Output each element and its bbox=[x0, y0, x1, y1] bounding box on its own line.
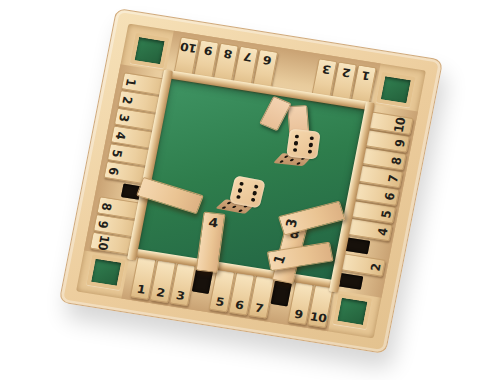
tile-number: 4 bbox=[376, 227, 390, 236]
corner-felt-top-left bbox=[130, 33, 169, 68]
tile-number: 7 bbox=[242, 50, 252, 62]
die-pip bbox=[237, 188, 242, 193]
tile-number: 6 bbox=[383, 192, 397, 201]
tile-number: 6 bbox=[106, 166, 120, 175]
die-1-top-face-6 bbox=[286, 129, 321, 160]
die-pip bbox=[309, 136, 314, 141]
tile-number: 3 bbox=[283, 218, 299, 229]
die-2 bbox=[229, 175, 266, 208]
board-inner-tray: 1236789101235679101234568910245678910 48… bbox=[76, 24, 426, 339]
tile-number: 10 bbox=[392, 116, 407, 132]
die-pip bbox=[308, 143, 313, 148]
die-pip bbox=[293, 141, 298, 146]
die-1 bbox=[286, 129, 321, 160]
tile-number: 7 bbox=[254, 302, 264, 314]
die-pip bbox=[239, 181, 244, 186]
tile-number: 9 bbox=[96, 219, 110, 228]
tile-number: 10 bbox=[96, 234, 111, 250]
corner-felt-bottom-left bbox=[86, 255, 125, 290]
tile-number: 10 bbox=[179, 40, 197, 54]
tile-number: 3 bbox=[175, 289, 185, 301]
tile-number: 9 bbox=[203, 44, 213, 56]
corner-felt-bottom-right bbox=[333, 294, 372, 329]
tile-number: 5 bbox=[110, 148, 124, 157]
die-pip bbox=[308, 149, 313, 154]
die-pip bbox=[221, 206, 226, 209]
tile-number: 2 bbox=[155, 286, 165, 298]
tile-number: 8 bbox=[99, 201, 113, 210]
tile-number: 7 bbox=[387, 174, 401, 183]
die-pip bbox=[279, 160, 284, 163]
tile-number: 9 bbox=[394, 138, 408, 147]
tile-number: 2 bbox=[120, 95, 134, 104]
tile-number: 5 bbox=[215, 296, 225, 308]
tile-number: 10 bbox=[309, 311, 327, 325]
die-pip bbox=[254, 184, 259, 189]
tile-number: 3 bbox=[321, 63, 331, 75]
tile-number: 5 bbox=[380, 209, 394, 218]
tile-number: 2 bbox=[341, 66, 351, 78]
shut-the-box-board: 1236789101235679101234568910245678910 48… bbox=[59, 8, 444, 354]
tile-number: 1 bbox=[271, 254, 287, 266]
tile-number: 3 bbox=[117, 113, 131, 122]
die-pip bbox=[252, 191, 257, 196]
tile-number: 1 bbox=[136, 283, 146, 295]
tile-number: 1 bbox=[361, 69, 371, 81]
tile-number: 8 bbox=[390, 156, 404, 165]
tile-number: 6 bbox=[262, 53, 272, 65]
tile-number: 1 bbox=[124, 77, 138, 86]
corner-felt-top-right bbox=[376, 72, 415, 107]
tile-number: 6 bbox=[234, 299, 244, 311]
tile-number: 4 bbox=[113, 130, 127, 139]
die-2-top-face-6 bbox=[229, 175, 266, 208]
die-pip bbox=[238, 209, 243, 212]
tile-number: 9 bbox=[293, 308, 303, 320]
tile-number: 4 bbox=[208, 216, 219, 230]
die-pip bbox=[236, 195, 241, 200]
tile-number: 2 bbox=[369, 263, 383, 272]
tile-number: 8 bbox=[223, 47, 233, 59]
die-pip bbox=[294, 134, 299, 139]
die-pip bbox=[292, 148, 297, 153]
die-pip bbox=[251, 198, 256, 203]
die-pip bbox=[296, 162, 301, 165]
